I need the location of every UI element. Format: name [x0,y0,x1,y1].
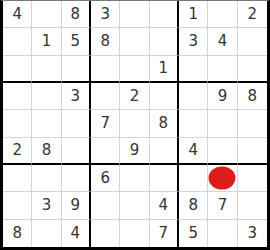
given-digit: 8 [12,224,22,242]
cell-r3c2[interactable] [32,56,61,83]
cell-r8c9[interactable] [238,192,267,219]
given-digit: 8 [159,114,169,132]
cell-r5c3[interactable] [62,110,91,137]
cell-r4c6[interactable] [150,83,179,110]
cell-r7c3[interactable] [62,165,91,192]
given-digit: 3 [71,87,81,105]
cell-r1c9[interactable]: 2 [238,1,267,28]
cell-r9c9[interactable]: 3 [238,220,267,247]
cell-r8c4[interactable] [91,192,120,219]
cell-r6c1[interactable]: 2 [3,138,32,165]
given-digit: 5 [71,32,81,50]
cell-r1c5[interactable] [120,1,149,28]
cell-r3c3[interactable] [62,56,91,83]
cell-r5c2[interactable] [32,110,61,137]
cell-r7c6[interactable] [150,165,179,192]
given-digit: 3 [188,32,198,50]
cell-r6c8[interactable] [208,138,237,165]
given-digit: 4 [188,141,198,159]
cell-r9c6[interactable]: 7 [150,220,179,247]
given-digit: 9 [218,87,228,105]
cell-r3c7[interactable] [179,56,208,83]
cell-r9c8[interactable] [208,220,237,247]
cell-r5c7[interactable] [179,110,208,137]
given-digit: 5 [188,224,198,242]
cell-r2c4[interactable]: 8 [91,28,120,55]
cell-r3c1[interactable] [3,56,32,83]
given-digit: 9 [130,141,140,159]
given-digit: 9 [71,196,81,214]
cell-r7c9[interactable] [238,165,267,192]
cell-r4c2[interactable] [32,83,61,110]
cell-r7c7[interactable] [179,165,208,192]
cell-r5c5[interactable] [120,110,149,137]
cell-r6c4[interactable] [91,138,120,165]
cell-r1c2[interactable] [32,1,61,28]
cell-r9c5[interactable] [120,220,149,247]
cell-r3c8[interactable] [208,56,237,83]
cell-r2c3[interactable]: 5 [62,28,91,55]
cell-r6c5[interactable]: 9 [120,138,149,165]
given-digit: 7 [159,224,169,242]
cell-r6c2[interactable]: 8 [32,138,61,165]
given-digit: 3 [42,196,52,214]
cell-r7c1[interactable] [3,165,32,192]
given-digit: 4 [218,32,228,50]
given-digit: 4 [159,196,169,214]
cell-r7c5[interactable] [120,165,149,192]
cell-r3c4[interactable] [91,56,120,83]
given-digit: 2 [12,141,22,159]
cell-r9c4[interactable] [91,220,120,247]
red-circle-marker[interactable] [209,167,236,190]
cell-r1c1[interactable]: 4 [3,1,32,28]
given-digit: 4 [12,5,22,23]
cell-r9c3[interactable]: 4 [62,220,91,247]
cell-r4c3[interactable]: 3 [62,83,91,110]
given-digit: 8 [248,87,258,105]
given-digit: 3 [100,5,110,23]
cell-r2c5[interactable] [120,28,149,55]
given-digit: 2 [248,5,258,23]
cell-r9c2[interactable] [32,220,61,247]
cell-r1c7[interactable]: 1 [179,1,208,28]
given-digit: 1 [159,59,169,77]
cell-r8c5[interactable] [120,192,149,219]
cell-r4c1[interactable] [3,83,32,110]
cell-r4c9[interactable]: 8 [238,83,267,110]
given-digit: 3 [248,224,258,242]
given-digit: 8 [42,141,52,159]
cell-r4c5[interactable]: 2 [120,83,149,110]
cell-r2c2[interactable]: 1 [32,28,61,55]
sudoku-board: 48312158341329878289463948784753 [0,0,270,250]
cell-r8c1[interactable] [3,192,32,219]
cell-r6c6[interactable] [150,138,179,165]
cell-r9c7[interactable]: 5 [179,220,208,247]
cell-r2c6[interactable] [150,28,179,55]
cell-r8c7[interactable]: 8 [179,192,208,219]
cell-r7c2[interactable] [32,165,61,192]
cell-r3c5[interactable] [120,56,149,83]
given-digit: 1 [188,5,198,23]
cell-r1c6[interactable] [150,1,179,28]
cell-r7c8[interactable] [208,165,237,192]
given-digit: 4 [71,224,81,242]
cell-r5c6[interactable]: 8 [150,110,179,137]
cell-r6c9[interactable] [238,138,267,165]
cell-r2c7[interactable]: 3 [179,28,208,55]
cell-r5c4[interactable]: 7 [91,110,120,137]
cell-r9c1[interactable]: 8 [3,220,32,247]
cell-r8c8[interactable]: 7 [208,192,237,219]
cell-r2c8[interactable]: 4 [208,28,237,55]
cell-r1c8[interactable] [208,1,237,28]
cell-r4c7[interactable] [179,83,208,110]
cell-r5c9[interactable] [238,110,267,137]
cell-r6c7[interactable]: 4 [179,138,208,165]
given-digit: 7 [100,114,110,132]
cell-r3c6[interactable]: 1 [150,56,179,83]
cell-r5c8[interactable] [208,110,237,137]
given-digit: 8 [71,5,81,23]
cell-r5c1[interactable] [3,110,32,137]
cell-r8c2[interactable]: 3 [32,192,61,219]
cell-r1c4[interactable]: 3 [91,1,120,28]
given-digit: 6 [100,169,110,187]
cell-r2c9[interactable] [238,28,267,55]
cell-r8c6[interactable]: 4 [150,192,179,219]
cell-r8c3[interactable]: 9 [62,192,91,219]
cell-r7c4[interactable]: 6 [91,165,120,192]
given-digit: 2 [130,87,140,105]
cell-r1c3[interactable]: 8 [62,1,91,28]
cell-r4c8[interactable]: 9 [208,83,237,110]
cell-r6c3[interactable] [62,138,91,165]
given-digit: 8 [100,32,110,50]
given-digit: 1 [42,32,52,50]
given-digit: 8 [188,196,198,214]
cell-r3c9[interactable] [238,56,267,83]
cell-r2c1[interactable] [3,28,32,55]
given-digit: 7 [218,196,228,214]
cell-r4c4[interactable] [91,83,120,110]
